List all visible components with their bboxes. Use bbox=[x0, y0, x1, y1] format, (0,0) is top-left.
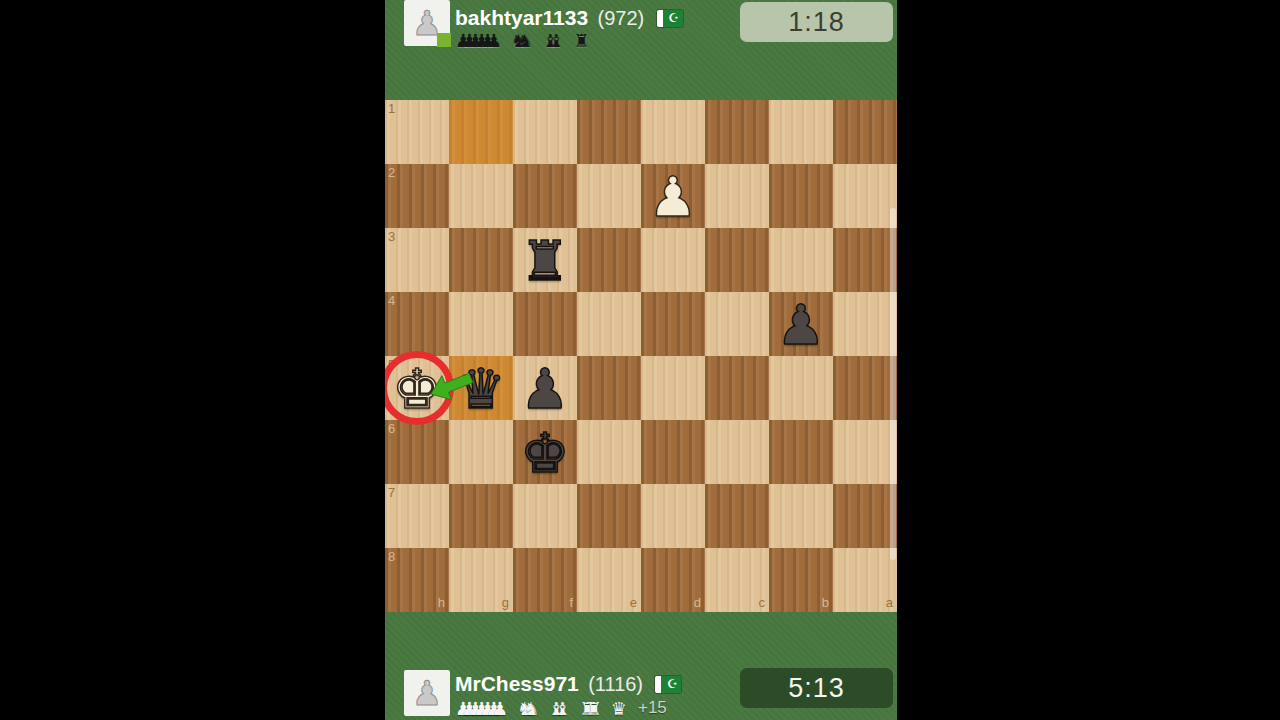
pakistan-flag-icon: ☪ bbox=[655, 676, 681, 693]
square-d8[interactable]: d bbox=[641, 548, 705, 612]
material-advantage: +15 bbox=[638, 698, 667, 717]
captured-rook-group: ♜ bbox=[573, 30, 589, 51]
captured-pawn-group: ♟♟♟♟♟♟ bbox=[455, 30, 502, 51]
captured-queen-icon: ♛ bbox=[611, 698, 627, 719]
square-c3[interactable] bbox=[705, 228, 769, 292]
bottom-player-rating: (1116) bbox=[588, 673, 643, 695]
crescent-star-icon: ☪ bbox=[665, 11, 683, 26]
captured-pawn-icon: ♟ bbox=[492, 698, 508, 719]
square-h4[interactable]: 4 bbox=[385, 292, 449, 356]
bottom-captured-pieces-tray: ♟♟♟♟♟♟♟♞♞♝♝♜♜♛+15 bbox=[455, 698, 667, 719]
square-d5[interactable] bbox=[641, 356, 705, 420]
file-label-a: a bbox=[886, 595, 893, 610]
square-h1[interactable]: 1 bbox=[385, 100, 449, 164]
file-label-g: g bbox=[502, 595, 509, 610]
pakistan-flag-icon: ☪ bbox=[657, 10, 683, 27]
square-d6[interactable] bbox=[641, 420, 705, 484]
square-e5[interactable] bbox=[577, 356, 641, 420]
square-e4[interactable] bbox=[577, 292, 641, 356]
square-g1[interactable] bbox=[449, 100, 513, 164]
square-d1[interactable] bbox=[641, 100, 705, 164]
square-c8[interactable]: c bbox=[705, 548, 769, 612]
top-player-name: bakhtyar1133 bbox=[455, 6, 588, 29]
captured-bishop-group: ♝♝ bbox=[542, 30, 564, 51]
square-h6[interactable]: 6 bbox=[385, 420, 449, 484]
screenshot-stage: ♟ bakhtyar1133 (972) ☪ ♟♟♟♟♟♟♞♞♝♝♜ 1:18 … bbox=[0, 0, 1280, 720]
captured-knight-group: ♞♞ bbox=[517, 698, 539, 719]
rank-label-6: 6 bbox=[388, 421, 395, 436]
bottom-player-bar: ♟ MrChess971 (1116) ☪ ♟♟♟♟♟♟♟♞♞♝♝♜♜♛+15 … bbox=[385, 660, 897, 720]
square-a4[interactable] bbox=[833, 292, 897, 356]
square-g3[interactable] bbox=[449, 228, 513, 292]
square-e3[interactable] bbox=[577, 228, 641, 292]
square-a3[interactable] bbox=[833, 228, 897, 292]
captured-queen-group: ♛ bbox=[611, 698, 627, 719]
file-label-d: d bbox=[694, 595, 701, 610]
bottom-player-name-row: MrChess971 (1116) ☪ bbox=[455, 672, 681, 696]
captured-knight-group: ♞♞ bbox=[511, 30, 533, 51]
file-label-h: h bbox=[438, 595, 445, 610]
square-a2[interactable] bbox=[833, 164, 897, 228]
square-c7[interactable] bbox=[705, 484, 769, 548]
top-player-name-row: bakhtyar1133 (972) ☪ bbox=[455, 6, 683, 30]
top-player-bar: ♟ bakhtyar1133 (972) ☪ ♟♟♟♟♟♟♞♞♝♝♜ 1:18 bbox=[385, 0, 897, 60]
captured-pawn-group: ♟♟♟♟♟♟♟ bbox=[455, 698, 508, 719]
square-g4[interactable] bbox=[449, 292, 513, 356]
square-b5[interactable] bbox=[769, 356, 833, 420]
file-label-b: b bbox=[822, 595, 829, 610]
square-g8[interactable]: g bbox=[449, 548, 513, 612]
square-h5[interactable]: 5♚ bbox=[385, 356, 449, 420]
square-d4[interactable] bbox=[641, 292, 705, 356]
scrollbar[interactable] bbox=[890, 208, 896, 560]
square-b3[interactable] bbox=[769, 228, 833, 292]
rank-label-2: 2 bbox=[388, 165, 395, 180]
captured-rook-group: ♜♜ bbox=[580, 698, 602, 719]
captured-bishop-icon: ♝ bbox=[548, 30, 564, 51]
square-f7[interactable] bbox=[513, 484, 577, 548]
file-label-c: c bbox=[759, 595, 766, 610]
square-b2[interactable] bbox=[769, 164, 833, 228]
square-h8[interactable]: 8h bbox=[385, 548, 449, 612]
square-f2[interactable] bbox=[513, 164, 577, 228]
square-g6[interactable] bbox=[449, 420, 513, 484]
square-e8[interactable]: e bbox=[577, 548, 641, 612]
bottom-player-name: MrChess971 bbox=[455, 672, 579, 695]
top-clock-time: 1:18 bbox=[788, 7, 845, 38]
square-a8[interactable]: a bbox=[833, 548, 897, 612]
chess-app-area: ♟ bakhtyar1133 (972) ☪ ♟♟♟♟♟♟♞♞♝♝♜ 1:18 … bbox=[385, 0, 897, 720]
black-queen-g5[interactable]: ♛ bbox=[449, 356, 513, 420]
captured-bishop-group: ♝♝ bbox=[548, 698, 570, 719]
white-king-h5[interactable]: ♚ bbox=[385, 356, 449, 420]
square-b1[interactable] bbox=[769, 100, 833, 164]
square-e1[interactable] bbox=[577, 100, 641, 164]
square-f3[interactable]: ♜ bbox=[513, 228, 577, 292]
square-g7[interactable] bbox=[449, 484, 513, 548]
square-a7[interactable] bbox=[833, 484, 897, 548]
square-b8[interactable]: b bbox=[769, 548, 833, 612]
black-pawn-f5[interactable]: ♟ bbox=[513, 356, 577, 420]
captured-bishop-icon: ♝ bbox=[554, 698, 570, 719]
rank-label-3: 3 bbox=[388, 229, 395, 244]
bottom-clock-time: 5:13 bbox=[788, 673, 845, 704]
file-label-e: e bbox=[630, 595, 637, 610]
square-h2[interactable]: 2 bbox=[385, 164, 449, 228]
square-e7[interactable] bbox=[577, 484, 641, 548]
square-d3[interactable] bbox=[641, 228, 705, 292]
square-c6[interactable] bbox=[705, 420, 769, 484]
square-c1[interactable] bbox=[705, 100, 769, 164]
square-a5[interactable] bbox=[833, 356, 897, 420]
square-h3[interactable]: 3 bbox=[385, 228, 449, 292]
square-g2[interactable] bbox=[449, 164, 513, 228]
square-c5[interactable] bbox=[705, 356, 769, 420]
square-f6[interactable]: ♚ bbox=[513, 420, 577, 484]
square-f8[interactable]: f bbox=[513, 548, 577, 612]
captured-pawn-icon: ♟ bbox=[486, 30, 502, 51]
square-f4[interactable] bbox=[513, 292, 577, 356]
square-b6[interactable] bbox=[769, 420, 833, 484]
rank-label-1: 1 bbox=[388, 101, 395, 116]
square-a1[interactable] bbox=[833, 100, 897, 164]
chess-board[interactable]: 12♟3♜4♟5♚♛♟6♚78hgfedcba bbox=[385, 100, 897, 612]
bottom-player-avatar: ♟ bbox=[404, 670, 450, 716]
captured-knight-icon: ♞ bbox=[517, 30, 533, 51]
crescent-star-icon: ☪ bbox=[663, 677, 681, 692]
square-f5[interactable]: ♟ bbox=[513, 356, 577, 420]
square-b4[interactable]: ♟ bbox=[769, 292, 833, 356]
file-label-f: f bbox=[569, 595, 573, 610]
square-c4[interactable] bbox=[705, 292, 769, 356]
square-d2[interactable]: ♟ bbox=[641, 164, 705, 228]
square-b7[interactable] bbox=[769, 484, 833, 548]
rank-label-8: 8 bbox=[388, 549, 395, 564]
rank-label-7: 7 bbox=[388, 485, 395, 500]
top-player-clock: 1:18 bbox=[740, 2, 893, 42]
top-player-rating: (972) bbox=[598, 7, 645, 29]
black-king-f6[interactable]: ♚ bbox=[513, 420, 577, 484]
captured-rook-icon: ♜ bbox=[586, 698, 602, 719]
bottom-player-clock: 5:13 bbox=[740, 668, 893, 708]
rank-label-4: 4 bbox=[388, 293, 395, 308]
avatar-pawn-icon: ♟ bbox=[412, 670, 442, 716]
captured-rook-icon: ♜ bbox=[573, 30, 589, 51]
black-pawn-b4[interactable]: ♟ bbox=[769, 292, 833, 356]
square-d7[interactable] bbox=[641, 484, 705, 548]
square-h7[interactable]: 7 bbox=[385, 484, 449, 548]
square-f1[interactable] bbox=[513, 100, 577, 164]
square-g5[interactable]: ♛ bbox=[449, 356, 513, 420]
square-e2[interactable] bbox=[577, 164, 641, 228]
captured-knight-icon: ♞ bbox=[523, 698, 539, 719]
square-a6[interactable] bbox=[833, 420, 897, 484]
square-e6[interactable] bbox=[577, 420, 641, 484]
online-badge bbox=[437, 33, 451, 47]
top-captured-pieces-tray: ♟♟♟♟♟♟♞♞♝♝♜ bbox=[455, 30, 599, 51]
square-c2[interactable] bbox=[705, 164, 769, 228]
top-player-avatar: ♟ bbox=[404, 0, 450, 46]
black-rook-f3[interactable]: ♜ bbox=[513, 228, 577, 292]
white-pawn-d2[interactable]: ♟ bbox=[641, 164, 705, 228]
